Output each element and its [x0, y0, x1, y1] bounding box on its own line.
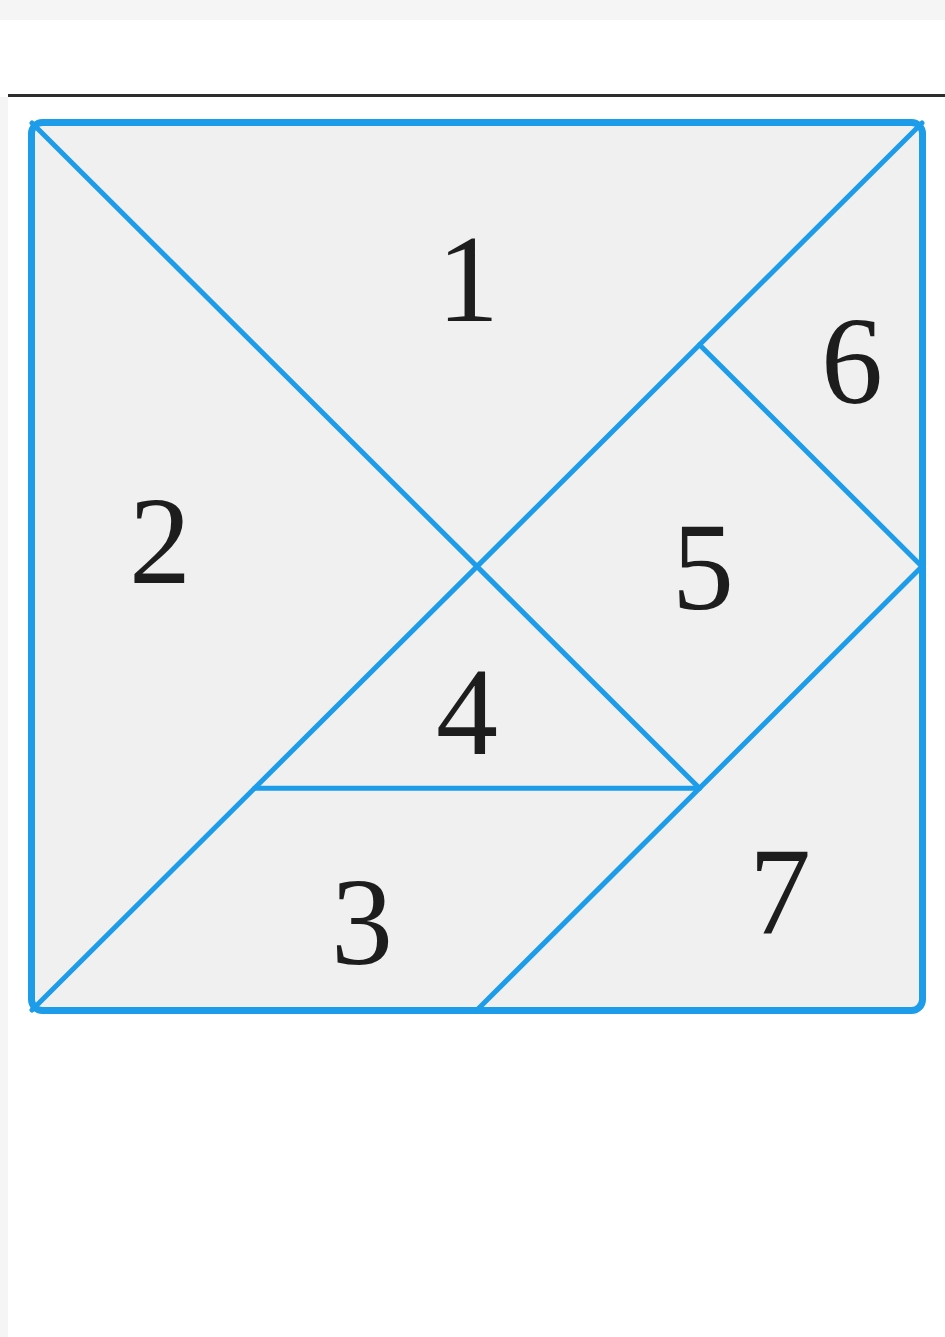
- divider-rule: [8, 94, 945, 97]
- top-band: [0, 0, 945, 20]
- piece-2-label: 2: [129, 473, 191, 610]
- left-margin-strip: [0, 97, 8, 1337]
- piece-7-label: 7: [749, 824, 811, 961]
- piece-3-label: 3: [331, 854, 393, 991]
- piece-6-label: 6: [821, 293, 883, 430]
- piece-5-label: 5: [672, 499, 734, 636]
- tangram-board: 1 2 3 4 5 6 7: [28, 119, 926, 1014]
- tangram-diagram: 1 2 3 4 5 6 7: [28, 119, 926, 1014]
- piece-4-label: 4: [436, 644, 498, 781]
- piece-1-label: 1: [437, 211, 499, 348]
